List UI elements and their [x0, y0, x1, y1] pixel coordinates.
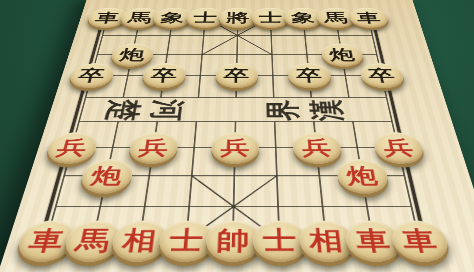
xiangqi-board: 楚 河 界 漢 車馬象士將士象馬車炮炮卒卒卒卒卒兵兵兵兵兵炮炮車馬相士帥士相車車	[0, 0, 474, 272]
river-char: 楚	[103, 99, 144, 122]
table-felt: 楚 河 界 漢 車馬象士將士象馬車炮炮卒卒卒卒卒兵兵兵兵兵炮炮車馬相士帥士相車車	[0, 0, 474, 272]
river-char: 界	[265, 99, 302, 122]
piece-black-soldier[interactable]: 卒	[215, 63, 258, 88]
river-label-chu-he: 楚 河	[103, 99, 187, 122]
river-label-han-jie: 界 漢	[265, 99, 347, 122]
river-char: 漢	[308, 99, 347, 122]
river-char: 河	[148, 99, 187, 122]
piece-red-soldier[interactable]: 兵	[210, 132, 259, 164]
